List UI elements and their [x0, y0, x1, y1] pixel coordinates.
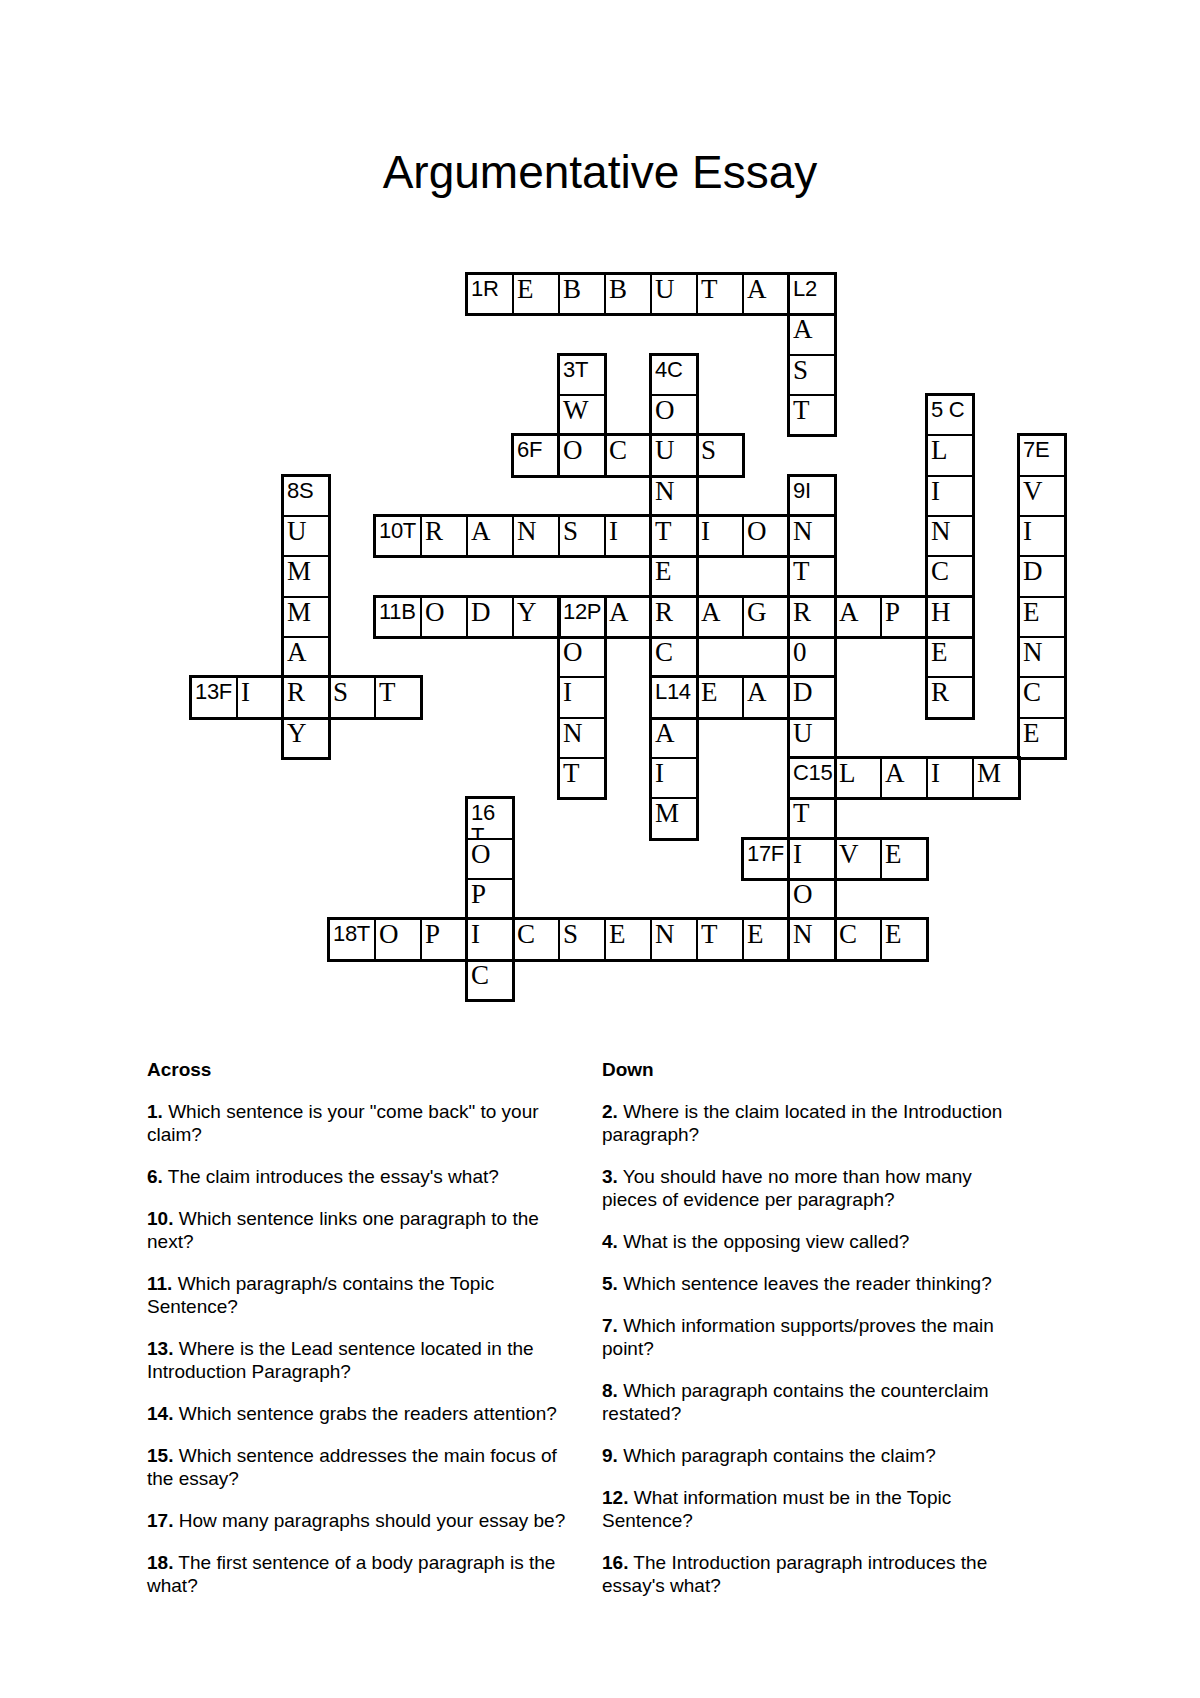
across-clue: 18. The first sentence of a body paragra… [147, 1551, 617, 1597]
grid-cell[interactable]: P [420, 918, 468, 960]
grid-cell[interactable]: I [696, 515, 744, 557]
grid-cell[interactable]: C [466, 959, 514, 1001]
grid-cell[interactable]: D [788, 676, 836, 718]
grid-cell[interactable]: 16 T [466, 797, 514, 839]
across-clue: 13. Where is the Lead sentence located i… [147, 1337, 617, 1383]
grid-cell[interactable]: S [328, 676, 376, 718]
grid-cell[interactable]: E [650, 555, 698, 597]
grid-cell[interactable]: E [880, 838, 928, 880]
across-heading: Across [147, 1058, 617, 1081]
grid-cell[interactable]: M [972, 757, 1020, 799]
grid-cell[interactable]: N [650, 475, 698, 517]
across-clue: 1. Which sentence is your "come back" to… [147, 1100, 617, 1146]
grid-cell[interactable]: C [604, 434, 652, 476]
grid-cell[interactable]: A [742, 273, 790, 315]
grid-cell[interactable]: 1R [466, 273, 514, 315]
grid-cell[interactable]: O [374, 918, 422, 960]
grid-cell[interactable]: 18T [328, 918, 376, 960]
grid-cell[interactable]: A [788, 313, 836, 355]
grid-cell[interactable]: G [742, 596, 790, 638]
grid-cell[interactable]: I [650, 757, 698, 799]
grid-cell[interactable]: C [926, 555, 974, 597]
across-clue: 15. Which sentence addresses the main fo… [147, 1444, 617, 1490]
grid-cell[interactable]: E [880, 918, 928, 960]
down-clue: 9. Which paragraph contains the claim? [602, 1444, 1082, 1467]
grid-cell[interactable]: V [834, 838, 882, 880]
grid-cell[interactable]: 3T [558, 354, 606, 396]
grid-cell[interactable]: I [926, 475, 974, 517]
grid-cell[interactable]: R [282, 676, 330, 718]
grid-cell[interactable]: T [788, 394, 836, 436]
across-clue: 11. Which paragraph/s contains the Topic… [147, 1272, 617, 1318]
across-clue: 14. Which sentence grabs the readers att… [147, 1402, 617, 1425]
grid-cell[interactable]: R [926, 676, 974, 718]
grid-cell[interactable]: 8S [282, 475, 330, 517]
grid-cell[interactable]: A [650, 717, 698, 759]
down-heading: Down [602, 1058, 1082, 1081]
grid-cell[interactable]: I [788, 838, 836, 880]
grid-cell[interactable]: S [558, 515, 606, 557]
grid-cell[interactable]: T [788, 797, 836, 839]
down-clue: 2. Where is the claim located in the Int… [602, 1100, 1082, 1146]
grid-cell[interactable]: W [558, 394, 606, 436]
grid-cell[interactable]: N [788, 515, 836, 557]
down-clue: 8. Which paragraph contains the counterc… [602, 1379, 1082, 1425]
grid-cell[interactable]: L2 [788, 273, 836, 315]
grid-cell[interactable]: N [512, 515, 560, 557]
grid-cell[interactable]: 6F [512, 434, 560, 476]
grid-cell[interactable]: A [880, 757, 928, 799]
grid-cell[interactable]: Y [512, 596, 560, 638]
grid-cell[interactable]: O [420, 596, 468, 638]
grid-cell[interactable]: O [742, 515, 790, 557]
grid-cell[interactable]: S [788, 354, 836, 396]
grid-cell[interactable]: M [650, 797, 698, 839]
grid-cell[interactable]: I [236, 676, 284, 718]
grid-cell[interactable]: C15 [788, 757, 836, 799]
grid-cell[interactable]: 9I [788, 475, 836, 517]
grid-cell[interactable]: E [696, 676, 744, 718]
grid-cell[interactable]: U [650, 434, 698, 476]
grid-cell[interactable]: O [788, 878, 836, 920]
grid-cell[interactable]: U [788, 717, 836, 759]
down-clue: 12. What information must be in the Topi… [602, 1486, 1082, 1532]
down-clue: 4. What is the opposing view called? [602, 1230, 1082, 1253]
grid-cell[interactable]: S [696, 434, 744, 476]
down-clue: 7. Which information supports/proves the… [602, 1314, 1082, 1360]
grid-cell[interactable]: I [1018, 515, 1066, 557]
grid-cell[interactable]: I [558, 676, 606, 718]
grid-cell[interactable]: O [466, 838, 514, 880]
grid-cell[interactable]: C [512, 918, 560, 960]
grid-cell[interactable]: R [650, 596, 698, 638]
grid-cell[interactable]: I [466, 918, 514, 960]
grid-cell[interactable]: M [282, 555, 330, 597]
grid-cell[interactable]: O [558, 636, 606, 678]
grid-cell[interactable]: O [650, 394, 698, 436]
grid-cell[interactable]: P [880, 596, 928, 638]
grid-cell[interactable]: A [604, 596, 652, 638]
grid-cell[interactable]: B [604, 273, 652, 315]
grid-cell[interactable]: A [834, 596, 882, 638]
grid-cell[interactable]: N [926, 515, 974, 557]
grid-cell[interactable]: D [1018, 555, 1066, 597]
down-clue: 16. The Introduction paragraph introduce… [602, 1551, 1082, 1597]
grid-cell[interactable]: D [466, 596, 514, 638]
grid-cell[interactable]: N [558, 717, 606, 759]
grid-cell[interactable]: P [466, 878, 514, 920]
across-clues: Across 1. Which sentence is your "come b… [147, 1058, 617, 1616]
grid-cell[interactable]: L [926, 434, 974, 476]
grid-cell[interactable]: A [742, 676, 790, 718]
grid-cell[interactable]: R [420, 515, 468, 557]
down-clue: 5. Which sentence leaves the reader thin… [602, 1272, 1082, 1295]
grid-cell[interactable]: T [696, 273, 744, 315]
page-title: Argumentative Essay [0, 148, 1200, 196]
grid-cell[interactable]: C [834, 918, 882, 960]
across-clue: 6. The claim introduces the essay's what… [147, 1165, 617, 1188]
grid-cell[interactable]: V [1018, 475, 1066, 517]
grid-cell[interactable]: 4C [650, 354, 698, 396]
grid-cell[interactable]: T [696, 918, 744, 960]
grid-cell[interactable]: E [1018, 596, 1066, 638]
grid-cell[interactable]: A [466, 515, 514, 557]
grid-cell[interactable]: 7E [1018, 434, 1066, 476]
grid-cell[interactable]: E [926, 636, 974, 678]
grid-cell[interactable]: 0 [788, 636, 836, 678]
grid-cell[interactable]: N [650, 918, 698, 960]
grid-cell[interactable]: S [558, 918, 606, 960]
grid-cell[interactable]: 12P [558, 596, 606, 638]
across-clue: 17. How many paragraphs should your essa… [147, 1509, 617, 1532]
grid-cell[interactable]: E [512, 273, 560, 315]
grid-cell[interactable]: C [1018, 676, 1066, 718]
grid-cell[interactable]: E [1018, 717, 1066, 759]
grid-cell[interactable]: C [650, 636, 698, 678]
grid-cell[interactable]: I [604, 515, 652, 557]
grid-cell[interactable]: H [926, 596, 974, 638]
across-clue: 10. Which sentence links one paragraph t… [147, 1207, 617, 1253]
grid-cell[interactable]: O [558, 434, 606, 476]
grid-cell[interactable]: M [282, 596, 330, 638]
grid-cell[interactable]: E [742, 918, 790, 960]
grid-cell[interactable]: U [650, 273, 698, 315]
grid-cell[interactable]: E [604, 918, 652, 960]
grid-cell[interactable]: 5 C [926, 394, 974, 436]
down-clue: 3. You should have no more than how many… [602, 1165, 1082, 1211]
grid-cell[interactable]: 10T [374, 515, 422, 557]
grid-cell[interactable]: T [374, 676, 422, 718]
down-clues: Down 2. Where is the claim located in th… [602, 1058, 1082, 1616]
grid-cell[interactable]: L [834, 757, 882, 799]
grid-cell[interactable]: N [1018, 636, 1066, 678]
grid-cell[interactable]: 13F [190, 676, 238, 718]
grid-cell[interactable]: L14 [650, 676, 698, 718]
grid-cell[interactable]: I [926, 757, 974, 799]
grid-cell[interactable]: N [788, 918, 836, 960]
grid-cell[interactable]: T [650, 515, 698, 557]
grid-cell[interactable]: U [282, 515, 330, 557]
grid-cell[interactable]: T [558, 757, 606, 799]
grid-cell[interactable]: Y [282, 717, 330, 759]
grid-cell[interactable]: 11B [374, 596, 422, 638]
grid-cell[interactable]: T [788, 555, 836, 597]
grid-cell[interactable]: B [558, 273, 606, 315]
grid-cell[interactable]: R [788, 596, 836, 638]
grid-cell[interactable]: 17F [742, 838, 790, 880]
grid-cell[interactable]: A [696, 596, 744, 638]
grid-cell[interactable]: A [282, 636, 330, 678]
